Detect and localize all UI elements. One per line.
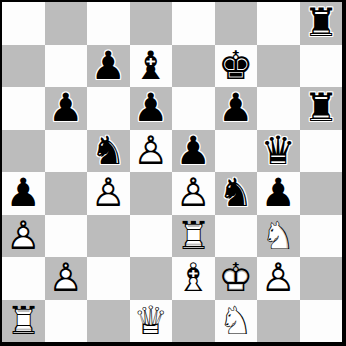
black-knight: ♞ xyxy=(87,130,130,173)
square-h2[interactable] xyxy=(300,257,343,300)
square-e3[interactable]: ♜♖ xyxy=(172,215,215,258)
square-a8[interactable] xyxy=(2,2,45,45)
white-rook: ♖ xyxy=(2,300,45,343)
black-king: ♚ xyxy=(215,45,258,88)
white-king: ♔ xyxy=(215,257,258,300)
white-pawn-fill: ♟ xyxy=(45,257,88,300)
white-rook: ♖ xyxy=(172,215,215,258)
square-e4[interactable]: ♟♙ xyxy=(172,172,215,215)
square-a4[interactable]: ♟ xyxy=(2,172,45,215)
white-pawn-fill: ♟ xyxy=(2,215,45,258)
square-f3[interactable] xyxy=(215,215,258,258)
black-bishop: ♝ xyxy=(130,45,173,88)
square-c6[interactable] xyxy=(87,87,130,130)
square-h8[interactable]: ♜ xyxy=(300,2,343,45)
square-b6[interactable]: ♟ xyxy=(45,87,88,130)
square-b3[interactable] xyxy=(45,215,88,258)
black-pawn: ♟ xyxy=(45,87,88,130)
square-f5[interactable] xyxy=(215,130,258,173)
black-pawn: ♟ xyxy=(87,45,130,88)
white-pawn: ♙ xyxy=(130,130,173,173)
white-pawn: ♙ xyxy=(87,172,130,215)
square-h5[interactable] xyxy=(300,130,343,173)
black-pawn: ♟ xyxy=(215,87,258,130)
square-f4[interactable]: ♞ xyxy=(215,172,258,215)
square-g7[interactable] xyxy=(257,45,300,88)
white-knight: ♘ xyxy=(215,300,258,343)
square-d4[interactable] xyxy=(130,172,173,215)
square-c5[interactable]: ♞ xyxy=(87,130,130,173)
square-c8[interactable] xyxy=(87,2,130,45)
square-f8[interactable] xyxy=(215,2,258,45)
square-c7[interactable]: ♟ xyxy=(87,45,130,88)
square-a5[interactable] xyxy=(2,130,45,173)
square-e6[interactable] xyxy=(172,87,215,130)
square-b2[interactable]: ♟♙ xyxy=(45,257,88,300)
white-knight: ♘ xyxy=(257,215,300,258)
square-a6[interactable] xyxy=(2,87,45,130)
square-g6[interactable] xyxy=(257,87,300,130)
black-rook: ♜ xyxy=(300,87,343,130)
square-e5[interactable]: ♟ xyxy=(172,130,215,173)
square-c4[interactable]: ♟♙ xyxy=(87,172,130,215)
square-b5[interactable] xyxy=(45,130,88,173)
white-pawn: ♙ xyxy=(2,215,45,258)
square-d6[interactable]: ♟ xyxy=(130,87,173,130)
chess-board: ♜♟♝♚♟♟♟♜♞♟♙♟♛♟♟♙♟♙♞♟♟♙♜♖♞♘♟♙♝♗♚♔♟♙♜♖♛♕♞♘ xyxy=(2,2,342,342)
square-d2[interactable] xyxy=(130,257,173,300)
white-bishop: ♗ xyxy=(172,257,215,300)
square-g4[interactable]: ♟ xyxy=(257,172,300,215)
square-e1[interactable] xyxy=(172,300,215,343)
square-e7[interactable] xyxy=(172,45,215,88)
square-a3[interactable]: ♟♙ xyxy=(2,215,45,258)
square-f7[interactable]: ♚ xyxy=(215,45,258,88)
white-pawn: ♙ xyxy=(45,257,88,300)
square-g1[interactable] xyxy=(257,300,300,343)
white-queen: ♕ xyxy=(130,300,173,343)
white-pawn: ♙ xyxy=(172,172,215,215)
square-a2[interactable] xyxy=(2,257,45,300)
square-g2[interactable]: ♟♙ xyxy=(257,257,300,300)
white-queen-fill: ♛ xyxy=(130,300,173,343)
chess-board-frame: ♜♟♝♚♟♟♟♜♞♟♙♟♛♟♟♙♟♙♞♟♟♙♜♖♞♘♟♙♝♗♚♔♟♙♜♖♛♕♞♘ xyxy=(0,0,346,346)
white-knight-fill: ♞ xyxy=(257,215,300,258)
square-c1[interactable] xyxy=(87,300,130,343)
white-bishop-fill: ♝ xyxy=(172,257,215,300)
square-h3[interactable] xyxy=(300,215,343,258)
square-e8[interactable] xyxy=(172,2,215,45)
white-king-fill: ♚ xyxy=(215,257,258,300)
black-pawn: ♟ xyxy=(257,172,300,215)
black-queen: ♛ xyxy=(257,130,300,173)
square-h4[interactable] xyxy=(300,172,343,215)
square-h6[interactable]: ♜ xyxy=(300,87,343,130)
square-a1[interactable]: ♜♖ xyxy=(2,300,45,343)
square-d5[interactable]: ♟♙ xyxy=(130,130,173,173)
square-b4[interactable] xyxy=(45,172,88,215)
square-e2[interactable]: ♝♗ xyxy=(172,257,215,300)
square-d1[interactable]: ♛♕ xyxy=(130,300,173,343)
black-pawn: ♟ xyxy=(130,87,173,130)
square-f6[interactable]: ♟ xyxy=(215,87,258,130)
white-rook-fill: ♜ xyxy=(2,300,45,343)
black-rook: ♜ xyxy=(300,2,343,45)
square-d3[interactable] xyxy=(130,215,173,258)
square-g8[interactable] xyxy=(257,2,300,45)
black-pawn: ♟ xyxy=(2,172,45,215)
square-c2[interactable] xyxy=(87,257,130,300)
white-rook-fill: ♜ xyxy=(172,215,215,258)
square-h7[interactable] xyxy=(300,45,343,88)
square-b7[interactable] xyxy=(45,45,88,88)
black-knight: ♞ xyxy=(215,172,258,215)
square-a7[interactable] xyxy=(2,45,45,88)
square-d8[interactable] xyxy=(130,2,173,45)
white-pawn-fill: ♟ xyxy=(87,172,130,215)
square-g3[interactable]: ♞♘ xyxy=(257,215,300,258)
square-b8[interactable] xyxy=(45,2,88,45)
square-c3[interactable] xyxy=(87,215,130,258)
white-pawn-fill: ♟ xyxy=(172,172,215,215)
square-h1[interactable] xyxy=(300,300,343,343)
white-pawn-fill: ♟ xyxy=(257,257,300,300)
white-knight-fill: ♞ xyxy=(215,300,258,343)
square-f2[interactable]: ♚♔ xyxy=(215,257,258,300)
square-b1[interactable] xyxy=(45,300,88,343)
square-g5[interactable]: ♛ xyxy=(257,130,300,173)
white-pawn: ♙ xyxy=(257,257,300,300)
square-f1[interactable]: ♞♘ xyxy=(215,300,258,343)
square-d7[interactable]: ♝ xyxy=(130,45,173,88)
white-pawn-fill: ♟ xyxy=(130,130,173,173)
black-pawn: ♟ xyxy=(172,130,215,173)
